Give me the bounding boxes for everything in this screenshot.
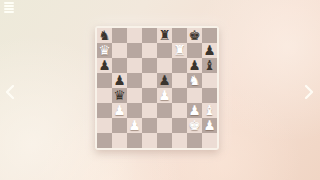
white-queen-a7[interactable]: ♛ bbox=[97, 43, 112, 58]
black-pawn-a6[interactable]: ♟ bbox=[97, 58, 112, 73]
square-c3[interactable] bbox=[127, 103, 142, 118]
white-pawn-b3[interactable]: ♟ bbox=[112, 103, 127, 118]
square-c5[interactable] bbox=[127, 73, 142, 88]
square-f6[interactable] bbox=[172, 58, 187, 73]
square-e1[interactable] bbox=[157, 133, 172, 148]
square-b1[interactable] bbox=[112, 133, 127, 148]
square-e6[interactable] bbox=[157, 58, 172, 73]
square-e5[interactable]: ♟ bbox=[157, 73, 172, 88]
black-pawn-g6[interactable]: ♟ bbox=[187, 58, 202, 73]
square-f2[interactable] bbox=[172, 118, 187, 133]
menu-bar bbox=[4, 11, 14, 13]
square-c1[interactable] bbox=[127, 133, 142, 148]
square-b2[interactable] bbox=[112, 118, 127, 133]
square-g6[interactable]: ♟ bbox=[187, 58, 202, 73]
black-knight-a8[interactable]: ♞ bbox=[97, 28, 112, 43]
square-b6[interactable] bbox=[112, 58, 127, 73]
white-pawn-h2[interactable]: ♟ bbox=[202, 118, 217, 133]
square-a4[interactable] bbox=[97, 88, 112, 103]
white-bishop-h3[interactable]: ♝ bbox=[202, 103, 217, 118]
square-g5[interactable]: ♞ bbox=[187, 73, 202, 88]
square-h4[interactable] bbox=[202, 88, 217, 103]
black-king-g8[interactable]: ♚ bbox=[187, 28, 202, 43]
square-e2[interactable] bbox=[157, 118, 172, 133]
app-screen: ♞♜♚♛♜♟♟♟♝♟♟♞♛♟♟♟♝♟♚♟ bbox=[0, 0, 320, 180]
square-e3[interactable] bbox=[157, 103, 172, 118]
square-a2[interactable] bbox=[97, 118, 112, 133]
square-h2[interactable]: ♟ bbox=[202, 118, 217, 133]
chess-board-panel: ♞♜♚♛♜♟♟♟♝♟♟♞♛♟♟♟♝♟♚♟ bbox=[95, 26, 219, 150]
square-h1[interactable] bbox=[202, 133, 217, 148]
chevron-right-icon bbox=[303, 84, 315, 100]
black-rook-e8[interactable]: ♜ bbox=[157, 28, 172, 43]
square-h7[interactable]: ♟ bbox=[202, 43, 217, 58]
square-b5[interactable]: ♟ bbox=[112, 73, 127, 88]
square-g8[interactable]: ♚ bbox=[187, 28, 202, 43]
square-c7[interactable] bbox=[127, 43, 142, 58]
square-f7[interactable]: ♜ bbox=[172, 43, 187, 58]
square-d8[interactable] bbox=[142, 28, 157, 43]
white-knight-g5[interactable]: ♞ bbox=[187, 73, 202, 88]
square-d7[interactable] bbox=[142, 43, 157, 58]
square-e4[interactable]: ♟ bbox=[157, 88, 172, 103]
square-d6[interactable] bbox=[142, 58, 157, 73]
square-a8[interactable]: ♞ bbox=[97, 28, 112, 43]
square-b3[interactable]: ♟ bbox=[112, 103, 127, 118]
square-d1[interactable] bbox=[142, 133, 157, 148]
square-h3[interactable]: ♝ bbox=[202, 103, 217, 118]
square-e7[interactable] bbox=[157, 43, 172, 58]
white-pawn-e4[interactable]: ♟ bbox=[157, 88, 172, 103]
square-d2[interactable] bbox=[142, 118, 157, 133]
square-f5[interactable] bbox=[172, 73, 187, 88]
black-bishop-h6[interactable]: ♝ bbox=[202, 58, 217, 73]
square-a1[interactable] bbox=[97, 133, 112, 148]
black-pawn-h7[interactable]: ♟ bbox=[202, 43, 217, 58]
square-h5[interactable] bbox=[202, 73, 217, 88]
square-d4[interactable] bbox=[142, 88, 157, 103]
menu-bar bbox=[4, 8, 14, 10]
menu-bar bbox=[4, 2, 14, 4]
white-pawn-g3[interactable]: ♟ bbox=[187, 103, 202, 118]
white-rook-f7[interactable]: ♜ bbox=[172, 43, 187, 58]
square-g3[interactable]: ♟ bbox=[187, 103, 202, 118]
square-c4[interactable] bbox=[127, 88, 142, 103]
square-g7[interactable] bbox=[187, 43, 202, 58]
square-b7[interactable] bbox=[112, 43, 127, 58]
next-puzzle-button[interactable] bbox=[303, 84, 315, 100]
square-a5[interactable] bbox=[97, 73, 112, 88]
square-f3[interactable] bbox=[172, 103, 187, 118]
square-g4[interactable] bbox=[187, 88, 202, 103]
black-pawn-e5[interactable]: ♟ bbox=[157, 73, 172, 88]
square-a7[interactable]: ♛ bbox=[97, 43, 112, 58]
square-g2[interactable]: ♚ bbox=[187, 118, 202, 133]
square-h8[interactable] bbox=[202, 28, 217, 43]
black-queen-b4[interactable]: ♛ bbox=[112, 88, 127, 103]
square-h6[interactable]: ♝ bbox=[202, 58, 217, 73]
square-d5[interactable] bbox=[142, 73, 157, 88]
white-king-g2[interactable]: ♚ bbox=[187, 118, 202, 133]
square-a3[interactable] bbox=[97, 103, 112, 118]
square-d3[interactable] bbox=[142, 103, 157, 118]
square-f4[interactable] bbox=[172, 88, 187, 103]
menu-icon[interactable] bbox=[4, 2, 14, 13]
square-b8[interactable] bbox=[112, 28, 127, 43]
square-c8[interactable] bbox=[127, 28, 142, 43]
prev-puzzle-button[interactable] bbox=[4, 84, 16, 100]
black-pawn-b5[interactable]: ♟ bbox=[112, 73, 127, 88]
square-c2[interactable]: ♟ bbox=[127, 118, 142, 133]
chess-board: ♞♜♚♛♜♟♟♟♝♟♟♞♛♟♟♟♝♟♚♟ bbox=[97, 28, 217, 148]
chevron-left-icon bbox=[4, 84, 16, 100]
white-pawn-c2[interactable]: ♟ bbox=[127, 118, 142, 133]
square-e8[interactable]: ♜ bbox=[157, 28, 172, 43]
square-g1[interactable] bbox=[187, 133, 202, 148]
square-b4[interactable]: ♛ bbox=[112, 88, 127, 103]
menu-bar bbox=[4, 5, 14, 7]
square-c6[interactable] bbox=[127, 58, 142, 73]
square-a6[interactable]: ♟ bbox=[97, 58, 112, 73]
square-f1[interactable] bbox=[172, 133, 187, 148]
square-f8[interactable] bbox=[172, 28, 187, 43]
